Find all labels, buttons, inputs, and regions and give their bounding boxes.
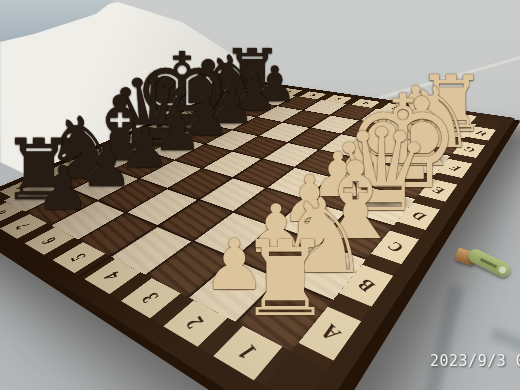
board-latch	[448, 238, 520, 286]
shadow-streak	[423, 284, 464, 390]
latch-green-hasp	[466, 247, 513, 279]
photo-scene: ABCDEFGH ABCDEFGH 87654321 87654321 ♜♞♝♛…	[0, 0, 520, 390]
camera-timestamp: 2023/9/3 08:59	[430, 352, 520, 370]
